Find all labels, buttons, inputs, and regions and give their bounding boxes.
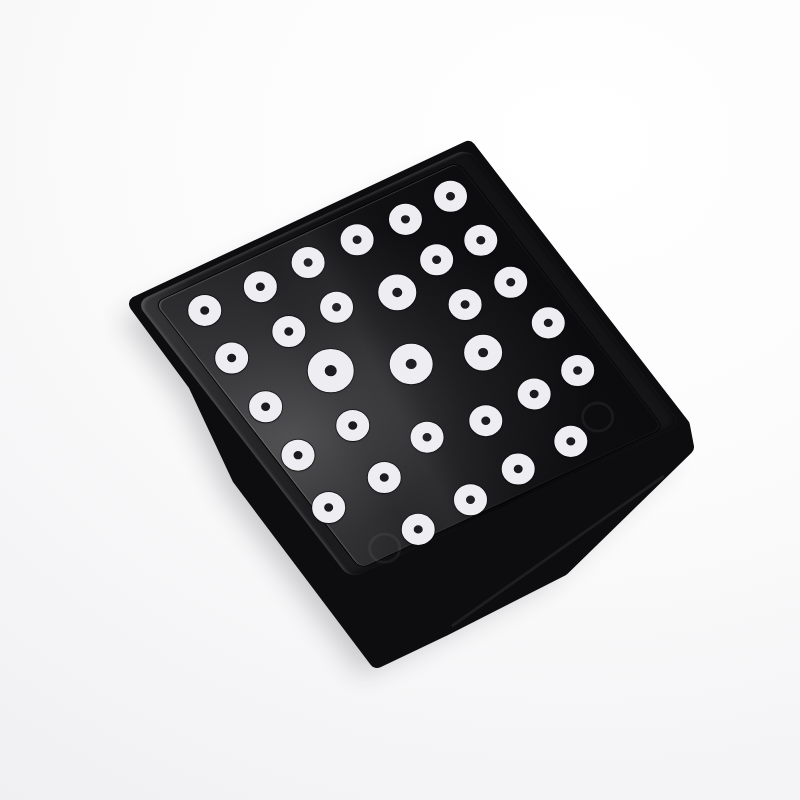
white-ring-piece-s[interactable]: [188, 294, 221, 325]
white-ring-piece-s[interactable]: [410, 421, 443, 452]
white-ring-piece-s[interactable]: [531, 307, 564, 338]
white-ring-piece-s[interactable]: [469, 405, 502, 436]
white-ring-piece-s[interactable]: [401, 513, 434, 544]
white-ring-piece-s[interactable]: [215, 342, 248, 373]
white-ring-piece-s[interactable]: [448, 289, 481, 320]
white-ring-piece-s[interactable]: [561, 355, 594, 386]
empty-socket-r6c1[interactable]: [368, 532, 401, 563]
white-ring-piece-s[interactable]: [291, 247, 324, 278]
white-ring-piece-s[interactable]: [502, 453, 535, 484]
white-ring-piece-s[interactable]: [341, 224, 374, 255]
white-ring-piece-s[interactable]: [420, 244, 453, 275]
white-ring-piece-s[interactable]: [494, 266, 527, 297]
white-ring-piece-m[interactable]: [465, 335, 503, 371]
empty-socket-r6c6[interactable]: [581, 401, 614, 432]
white-ring-piece-s[interactable]: [249, 391, 282, 422]
white-ring-piece-s[interactable]: [433, 181, 466, 212]
white-ring-piece-s[interactable]: [554, 425, 587, 456]
white-ring-piece-s[interactable]: [319, 291, 352, 322]
white-ring-piece-s[interactable]: [453, 484, 486, 515]
white-ring-piece-s[interactable]: [272, 316, 305, 347]
white-ring-piece-s[interactable]: [389, 203, 422, 234]
product-photo: [0, 0, 800, 800]
white-ring-piece-s[interactable]: [336, 410, 369, 441]
white-ring-piece-xl[interactable]: [390, 343, 433, 383]
white-ring-piece-s[interactable]: [282, 439, 315, 470]
white-ring-piece-s[interactable]: [464, 225, 497, 256]
white-ring-piece-s[interactable]: [367, 462, 400, 493]
white-ring-piece-s[interactable]: [517, 378, 550, 409]
